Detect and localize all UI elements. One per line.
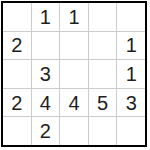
cell-r5c3-empty[interactable] (60, 117, 88, 145)
cell-r2c3-empty[interactable] (60, 32, 88, 60)
cell-r1c2-clue[interactable]: 1 (32, 3, 60, 31)
cell-r1c1-empty[interactable] (3, 3, 31, 31)
cell-r1c3-clue[interactable]: 1 (60, 3, 88, 31)
cell-r4c1-clue[interactable]: 2 (3, 89, 31, 117)
cell-r5c4-empty[interactable] (89, 117, 117, 145)
cell-r5c2-clue[interactable]: 2 (32, 117, 60, 145)
cell-r2c2-empty[interactable] (32, 32, 60, 60)
cell-r3c5-clue[interactable]: 1 (117, 60, 145, 88)
puzzle-board: 112131244532 (1, 1, 147, 147)
cell-r4c2-clue[interactable]: 4 (32, 89, 60, 117)
cell-r2c4-empty[interactable] (89, 32, 117, 60)
cell-r5c1-empty[interactable] (3, 117, 31, 145)
cell-r4c4-clue[interactable]: 5 (89, 89, 117, 117)
cell-r3c4-empty[interactable] (89, 60, 117, 88)
cell-r3c2-clue[interactable]: 3 (32, 60, 60, 88)
cell-r1c5-empty[interactable] (117, 3, 145, 31)
puzzle-stage: 112131244532 (0, 0, 150, 150)
cell-r4c5-clue[interactable]: 3 (117, 89, 145, 117)
cell-r3c1-empty[interactable] (3, 60, 31, 88)
cell-r2c1-clue[interactable]: 2 (3, 32, 31, 60)
cell-r1c4-empty[interactable] (89, 3, 117, 31)
cell-r3c3-empty[interactable] (60, 60, 88, 88)
cell-r2c5-clue[interactable]: 1 (117, 32, 145, 60)
cell-r4c3-clue[interactable]: 4 (60, 89, 88, 117)
cell-r5c5-empty[interactable] (117, 117, 145, 145)
